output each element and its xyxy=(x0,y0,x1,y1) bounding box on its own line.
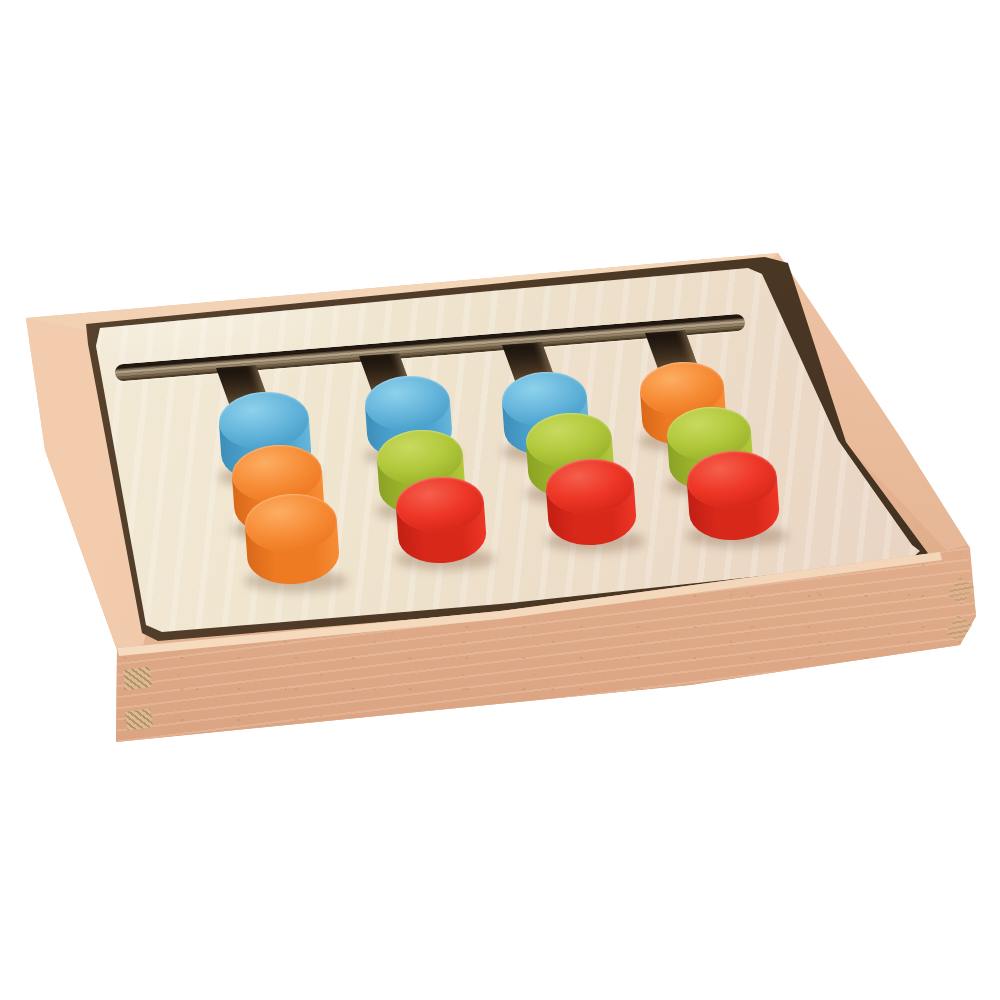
disc-col3-row3-red[interactable] xyxy=(544,456,638,547)
disc-col1-row3-orange[interactable] xyxy=(243,491,341,587)
finger-joint xyxy=(123,666,153,691)
board-sheen xyxy=(0,0,1000,1000)
puzzle-board xyxy=(0,0,1000,1000)
stage xyxy=(0,0,1000,1000)
disc-col2-row3-red[interactable] xyxy=(394,474,488,565)
disc-col4-row3-red[interactable] xyxy=(685,447,781,541)
finger-joint xyxy=(125,708,153,730)
